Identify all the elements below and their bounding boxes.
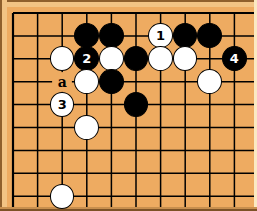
black-stone [173,23,198,48]
move-3-white-stone: 3 [50,92,75,117]
board-point-9-4 [197,70,222,93]
board-point-4-6 [74,116,99,139]
board-point-4-2 [74,24,99,47]
board-point-5-3 [99,47,124,70]
white-stone [74,69,99,94]
black-stone [99,23,124,48]
move-4-black-stone: 4 [222,46,247,71]
board-point-9-2 [197,24,222,47]
board-point-3-3 [50,47,75,70]
point-label-a: a [52,72,72,92]
board-point-5-2 [99,24,124,47]
board-point-10-3: 4 [222,47,247,70]
board-point-7-2: 1 [148,24,173,47]
board-edge-bottom-dark [0,209,257,211]
white-stone [74,115,99,140]
board-point-4-4 [74,70,99,93]
board-point-5-4 [99,70,124,93]
board-point-3-5: 3 [50,93,75,116]
white-stone [99,46,124,71]
board-edge-top-bevel [0,2,257,7]
go-diagram: 1243a [0,0,257,211]
board-point-4-3: 2 [74,47,99,70]
board-point-6-3 [124,47,149,70]
black-stone [124,46,149,71]
move-1-white-stone: 1 [148,23,173,48]
board-intersections: 1243a [1,2,247,208]
board-point-6-5 [124,93,149,116]
move-2-black-stone: 2 [74,46,99,71]
board-edge-right-bevel [254,0,257,211]
board-point-7-3 [148,47,173,70]
black-stone [74,23,99,48]
board-point-3-4: a [50,70,75,93]
black-stone [124,92,149,117]
board-edge-left-bevel [2,0,7,211]
black-stone [197,23,222,48]
white-stone [50,184,75,209]
white-stone [197,69,222,94]
board-point-8-2 [173,24,198,47]
white-stone [173,46,198,71]
board-point-8-3 [173,47,198,70]
white-stone [50,46,75,71]
board-point-3-9 [50,185,75,208]
black-stone [99,69,124,94]
white-stone [148,46,173,71]
